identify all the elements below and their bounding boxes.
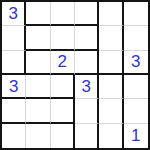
cell-r1c4[interactable] [75, 2, 99, 26]
cell-r2c1[interactable] [2, 26, 26, 50]
cell-r4c3[interactable] [51, 75, 75, 99]
cell-r4c2[interactable] [26, 75, 50, 99]
cell-r5c5[interactable] [99, 99, 123, 123]
cell-r4c6[interactable] [124, 75, 148, 99]
cell-r6c1[interactable] [2, 124, 26, 148]
cell-r5c4[interactable] [75, 99, 99, 123]
cell-r5c3[interactable] [51, 99, 75, 123]
cell-r4c4: 3 [75, 75, 99, 99]
cell-r2c4[interactable] [75, 26, 99, 50]
cell-r6c6: 1 [124, 124, 148, 148]
cell-r4c5[interactable] [99, 75, 123, 99]
cell-r4c1: 3 [2, 75, 26, 99]
cell-r3c4[interactable] [75, 51, 99, 75]
cell-r2c3[interactable] [51, 26, 75, 50]
cell-r1c5[interactable] [99, 2, 123, 26]
cell-r6c5[interactable] [99, 124, 123, 148]
cell-r6c4[interactable] [75, 124, 99, 148]
suguru-board: 323331 [0, 0, 150, 150]
cell-r1c1: 3 [2, 2, 26, 26]
cell-r2c6[interactable] [124, 26, 148, 50]
cell-r3c1[interactable] [2, 51, 26, 75]
cell-r2c2[interactable] [26, 26, 50, 50]
cell-r5c6[interactable] [124, 99, 148, 123]
cell-r1c6[interactable] [124, 2, 148, 26]
cell-r1c2[interactable] [26, 2, 50, 26]
cell-r5c1[interactable] [2, 99, 26, 123]
cell-r3c6: 3 [124, 51, 148, 75]
cell-r5c2[interactable] [26, 99, 50, 123]
cell-r2c5[interactable] [99, 26, 123, 50]
cell-r1c3[interactable] [51, 2, 75, 26]
cell-r6c3[interactable] [51, 124, 75, 148]
cell-r3c3: 2 [51, 51, 75, 75]
cell-r3c2[interactable] [26, 51, 50, 75]
cell-r6c2[interactable] [26, 124, 50, 148]
cell-r3c5[interactable] [99, 51, 123, 75]
